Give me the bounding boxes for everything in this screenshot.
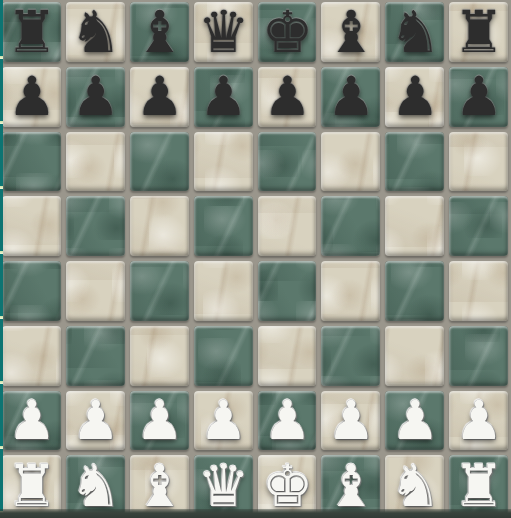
square-a5[interactable] xyxy=(0,194,64,259)
square-a2[interactable]: ♟ xyxy=(0,389,64,454)
square-f7[interactable]: ♟ xyxy=(319,65,383,130)
white-pawn-piece[interactable]: ♟ xyxy=(135,389,183,453)
square-a8[interactable]: ♜ xyxy=(0,0,64,65)
cream-marble-tile xyxy=(258,196,317,256)
square-g7[interactable]: ♟ xyxy=(383,65,447,130)
cream-marble-tile xyxy=(449,261,508,321)
cream-marble-tile xyxy=(130,196,189,256)
square-f5[interactable] xyxy=(319,194,383,259)
square-b7[interactable]: ♟ xyxy=(64,65,128,130)
black-queen-piece[interactable]: ♛ xyxy=(198,0,250,64)
square-c5[interactable] xyxy=(128,194,192,259)
square-h6[interactable] xyxy=(447,130,511,195)
green-marble-tile xyxy=(321,196,380,256)
black-pawn-piece[interactable]: ♟ xyxy=(455,65,503,129)
black-knight-piece[interactable]: ♞ xyxy=(389,0,441,64)
square-d6[interactable] xyxy=(192,130,256,195)
black-pawn-piece[interactable]: ♟ xyxy=(72,65,120,129)
white-pawn-piece[interactable]: ♟ xyxy=(327,389,375,453)
square-h2[interactable]: ♟ xyxy=(447,389,511,454)
cream-marble-tile xyxy=(66,261,125,321)
green-marble-tile xyxy=(130,132,189,192)
square-a7[interactable]: ♟ xyxy=(0,65,64,130)
square-b2[interactable]: ♟ xyxy=(64,389,128,454)
square-b8[interactable]: ♞ xyxy=(64,0,128,65)
square-b3[interactable] xyxy=(64,324,128,389)
square-h3[interactable] xyxy=(447,324,511,389)
black-pawn-piece[interactable]: ♟ xyxy=(8,65,56,129)
square-d4[interactable] xyxy=(192,259,256,324)
square-e6[interactable] xyxy=(256,130,320,195)
cream-marble-tile xyxy=(258,326,317,386)
square-c3[interactable] xyxy=(128,324,192,389)
black-pawn-piece[interactable]: ♟ xyxy=(199,65,247,129)
green-marble-tile xyxy=(321,326,380,386)
square-f3[interactable] xyxy=(319,324,383,389)
green-marble-tile xyxy=(2,132,61,192)
black-knight-piece[interactable]: ♞ xyxy=(70,0,122,64)
green-marble-tile xyxy=(258,261,317,321)
square-g8[interactable]: ♞ xyxy=(383,0,447,65)
green-marble-tile xyxy=(258,132,317,192)
square-e8[interactable]: ♚ xyxy=(256,0,320,65)
square-c8[interactable]: ♝ xyxy=(128,0,192,65)
square-g6[interactable] xyxy=(383,130,447,195)
green-marble-tile xyxy=(385,132,444,192)
green-marble-tile xyxy=(2,261,61,321)
square-f2[interactable]: ♟ xyxy=(319,389,383,454)
square-e7[interactable]: ♟ xyxy=(256,65,320,130)
square-a3[interactable] xyxy=(0,324,64,389)
cream-marble-tile xyxy=(2,196,61,256)
black-rook-piece[interactable]: ♜ xyxy=(6,0,58,64)
white-pawn-piece[interactable]: ♟ xyxy=(8,389,56,453)
black-rook-piece[interactable]: ♜ xyxy=(453,0,505,64)
square-h8[interactable]: ♜ xyxy=(447,0,511,65)
black-pawn-piece[interactable]: ♟ xyxy=(135,65,183,129)
white-pawn-piece[interactable]: ♟ xyxy=(72,389,120,453)
green-marble-tile xyxy=(130,261,189,321)
square-b5[interactable] xyxy=(64,194,128,259)
cream-marble-tile xyxy=(321,261,380,321)
green-marble-tile xyxy=(194,326,253,386)
square-d7[interactable]: ♟ xyxy=(192,65,256,130)
black-pawn-piece[interactable]: ♟ xyxy=(263,65,311,129)
green-marble-tile xyxy=(385,261,444,321)
cream-marble-tile xyxy=(2,326,61,386)
black-pawn-piece[interactable]: ♟ xyxy=(327,65,375,129)
game-window: ♜♞♝♛♚♝♞♜♟♟♟♟♟♟♟♟♟♟♟♟♟♟♟♟♜♞♝♛♚♝♞♜ xyxy=(0,0,511,518)
black-bishop-piece[interactable]: ♝ xyxy=(134,0,186,64)
square-c2[interactable]: ♟ xyxy=(128,389,192,454)
square-f8[interactable]: ♝ xyxy=(319,0,383,65)
black-bishop-piece[interactable]: ♝ xyxy=(325,0,377,64)
square-e5[interactable] xyxy=(256,194,320,259)
cream-marble-tile xyxy=(321,132,380,192)
square-e2[interactable]: ♟ xyxy=(256,389,320,454)
square-g4[interactable] xyxy=(383,259,447,324)
square-d2[interactable]: ♟ xyxy=(192,389,256,454)
square-e4[interactable] xyxy=(256,259,320,324)
green-marble-tile xyxy=(66,326,125,386)
chess-board: ♜♞♝♛♚♝♞♜♟♟♟♟♟♟♟♟♟♟♟♟♟♟♟♟♜♞♝♛♚♝♞♜ xyxy=(0,0,511,518)
square-b6[interactable] xyxy=(64,130,128,195)
square-d8[interactable]: ♛ xyxy=(192,0,256,65)
square-c7[interactable]: ♟ xyxy=(128,65,192,130)
square-b4[interactable] xyxy=(64,259,128,324)
green-marble-tile xyxy=(194,196,253,256)
square-a6[interactable] xyxy=(0,130,64,195)
cream-marble-tile xyxy=(385,326,444,386)
square-c6[interactable] xyxy=(128,130,192,195)
cream-marble-tile xyxy=(449,132,508,192)
square-c4[interactable] xyxy=(128,259,192,324)
cream-marble-tile xyxy=(130,326,189,386)
cream-marble-tile xyxy=(66,132,125,192)
green-marble-tile xyxy=(449,326,508,386)
square-h7[interactable]: ♟ xyxy=(447,65,511,130)
window-bottom-edge xyxy=(0,509,511,518)
square-f4[interactable] xyxy=(319,259,383,324)
square-d3[interactable] xyxy=(192,324,256,389)
black-pawn-piece[interactable]: ♟ xyxy=(391,65,439,129)
cream-marble-tile xyxy=(194,132,253,192)
white-pawn-piece[interactable]: ♟ xyxy=(263,389,311,453)
cream-marble-tile xyxy=(385,196,444,256)
square-e3[interactable] xyxy=(256,324,320,389)
window-left-edge xyxy=(0,0,3,518)
square-g2[interactable]: ♟ xyxy=(383,389,447,454)
square-a4[interactable] xyxy=(0,259,64,324)
square-h5[interactable] xyxy=(447,194,511,259)
square-g3[interactable] xyxy=(383,324,447,389)
white-pawn-piece[interactable]: ♟ xyxy=(199,389,247,453)
white-pawn-piece[interactable]: ♟ xyxy=(455,389,503,453)
green-marble-tile xyxy=(66,196,125,256)
white-pawn-piece[interactable]: ♟ xyxy=(391,389,439,453)
square-h4[interactable] xyxy=(447,259,511,324)
square-g5[interactable] xyxy=(383,194,447,259)
green-marble-tile xyxy=(449,196,508,256)
square-f6[interactable] xyxy=(319,130,383,195)
black-king-piece[interactable]: ♚ xyxy=(261,0,313,64)
cream-marble-tile xyxy=(194,261,253,321)
square-d5[interactable] xyxy=(192,194,256,259)
